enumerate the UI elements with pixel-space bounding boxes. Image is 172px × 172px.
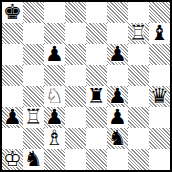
piece-white-bishop: ♗: [44, 128, 65, 149]
chess-board: ♚♜♖♝♟♟♞♘♜♟♛♟♜♖♟♟♝♗♞♚♔♞: [0, 0, 172, 172]
piece-black-pawn: ♟: [107, 44, 128, 65]
square-a8[interactable]: ♚: [2, 2, 23, 23]
square-f6[interactable]: ♟: [107, 44, 128, 65]
square-a5[interactable]: [2, 65, 23, 86]
square-c8[interactable]: [44, 2, 65, 23]
square-g2[interactable]: [128, 128, 149, 149]
square-a6[interactable]: [2, 44, 23, 65]
square-b3[interactable]: ♜♖: [23, 107, 44, 128]
square-h4[interactable]: ♛: [149, 86, 170, 107]
square-h8[interactable]: [149, 2, 170, 23]
square-d4[interactable]: [65, 86, 86, 107]
square-h7[interactable]: ♝: [149, 23, 170, 44]
square-g4[interactable]: [128, 86, 149, 107]
square-b8[interactable]: [23, 2, 44, 23]
square-h3[interactable]: [149, 107, 170, 128]
square-f4[interactable]: ♟: [107, 86, 128, 107]
square-d1[interactable]: [65, 149, 86, 170]
square-e8[interactable]: [86, 2, 107, 23]
piece-white-knight: ♘: [44, 86, 65, 107]
square-c3[interactable]: ♟: [44, 107, 65, 128]
square-d7[interactable]: [65, 23, 86, 44]
square-g8[interactable]: [128, 2, 149, 23]
square-d2[interactable]: [65, 128, 86, 149]
piece-black-rook: ♜: [86, 86, 107, 107]
piece-fill-layer: ♝: [44, 128, 65, 149]
square-e3[interactable]: [86, 107, 107, 128]
square-e5[interactable]: [86, 65, 107, 86]
piece-fill-layer: ♚: [2, 149, 23, 170]
square-d3[interactable]: [65, 107, 86, 128]
square-g6[interactable]: [128, 44, 149, 65]
square-a4[interactable]: [2, 86, 23, 107]
piece-black-pawn: ♟: [107, 107, 128, 128]
square-h2[interactable]: [149, 128, 170, 149]
square-d5[interactable]: [65, 65, 86, 86]
piece-fill-layer: ♜: [128, 23, 149, 44]
piece-fill-layer: ♞: [44, 86, 65, 107]
square-a3[interactable]: ♟: [2, 107, 23, 128]
square-c6[interactable]: ♟: [44, 44, 65, 65]
square-e1[interactable]: [86, 149, 107, 170]
square-h1[interactable]: [149, 149, 170, 170]
square-c4[interactable]: ♞♘: [44, 86, 65, 107]
square-g1[interactable]: [128, 149, 149, 170]
square-g7[interactable]: ♜♖: [128, 23, 149, 44]
square-f2[interactable]: ♞: [107, 128, 128, 149]
square-b1[interactable]: ♞: [23, 149, 44, 170]
piece-white-king: ♔: [2, 149, 23, 170]
square-f5[interactable]: [107, 65, 128, 86]
square-g5[interactable]: [128, 65, 149, 86]
piece-black-pawn: ♟: [44, 44, 65, 65]
square-b5[interactable]: [23, 65, 44, 86]
square-f7[interactable]: [107, 23, 128, 44]
square-a7[interactable]: [2, 23, 23, 44]
square-c7[interactable]: [44, 23, 65, 44]
square-f3[interactable]: ♟: [107, 107, 128, 128]
square-e7[interactable]: [86, 23, 107, 44]
square-b2[interactable]: [23, 128, 44, 149]
square-c2[interactable]: ♝♗: [44, 128, 65, 149]
square-d6[interactable]: [65, 44, 86, 65]
square-b6[interactable]: [23, 44, 44, 65]
square-c5[interactable]: [44, 65, 65, 86]
square-e2[interactable]: [86, 128, 107, 149]
piece-black-pawn: ♟: [107, 86, 128, 107]
square-f8[interactable]: [107, 2, 128, 23]
piece-black-bishop: ♝: [149, 23, 170, 44]
square-g3[interactable]: [128, 107, 149, 128]
square-b7[interactable]: [23, 23, 44, 44]
square-a2[interactable]: [2, 128, 23, 149]
square-e4[interactable]: ♜: [86, 86, 107, 107]
square-c1[interactable]: [44, 149, 65, 170]
square-a1[interactable]: ♚♔: [2, 149, 23, 170]
piece-white-rook: ♖: [23, 107, 44, 128]
piece-black-knight: ♞: [23, 149, 44, 170]
square-e6[interactable]: [86, 44, 107, 65]
piece-black-pawn: ♟: [2, 107, 23, 128]
piece-black-pawn: ♟: [44, 107, 65, 128]
piece-black-knight: ♞: [107, 128, 128, 149]
square-h5[interactable]: [149, 65, 170, 86]
square-h6[interactable]: [149, 44, 170, 65]
square-d8[interactable]: [65, 2, 86, 23]
piece-white-rook: ♖: [128, 23, 149, 44]
square-b4[interactable]: [23, 86, 44, 107]
piece-fill-layer: ♜: [23, 107, 44, 128]
piece-black-queen: ♛: [149, 86, 170, 107]
square-f1[interactable]: [107, 149, 128, 170]
piece-black-king: ♚: [2, 2, 23, 23]
